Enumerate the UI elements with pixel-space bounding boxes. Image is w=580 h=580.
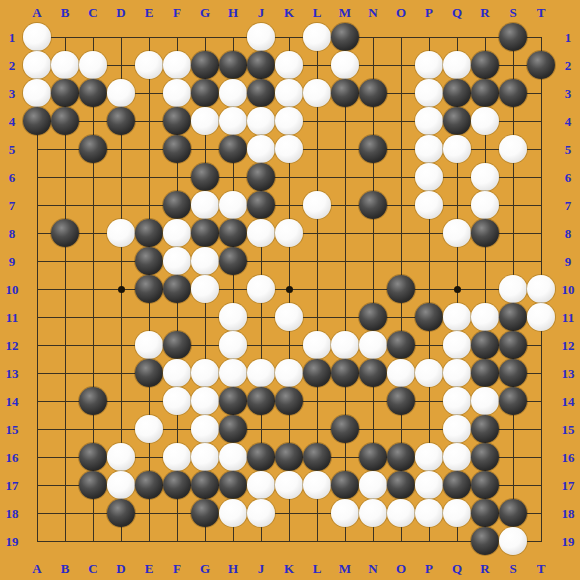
white-stone-H11[interactable]: [219, 303, 247, 331]
black-stone-H8[interactable]: [219, 219, 247, 247]
white-stone-R6[interactable]: [471, 163, 499, 191]
black-stone-B4[interactable]: [51, 107, 79, 135]
column-label-top: C: [88, 6, 97, 19]
black-stone-R16[interactable]: [471, 443, 499, 471]
column-label-bottom: B: [61, 562, 70, 575]
white-stone-Q18[interactable]: [443, 499, 471, 527]
white-stone-F3[interactable]: [163, 79, 191, 107]
column-label-bottom: R: [480, 562, 489, 575]
black-stone-Q3[interactable]: [443, 79, 471, 107]
black-stone-C5[interactable]: [79, 135, 107, 163]
black-stone-O16[interactable]: [387, 443, 415, 471]
black-stone-R19[interactable]: [471, 527, 499, 555]
row-label-right: 8: [565, 227, 572, 240]
column-label-top: H: [228, 6, 238, 19]
white-stone-J18[interactable]: [247, 499, 275, 527]
row-label-right: 6: [565, 171, 572, 184]
black-stone-S12[interactable]: [499, 331, 527, 359]
black-stone-S11[interactable]: [499, 303, 527, 331]
black-stone-E13[interactable]: [135, 359, 163, 387]
white-stone-B2[interactable]: [51, 51, 79, 79]
row-label-left: 7: [9, 199, 16, 212]
white-stone-H18[interactable]: [219, 499, 247, 527]
column-label-bottom: M: [339, 562, 351, 575]
white-stone-O13[interactable]: [387, 359, 415, 387]
go-board: AABBCCDDEEFFGGHHJJKKLLMMNNOOPPQQRRSSTT11…: [0, 0, 580, 580]
white-stone-D3[interactable]: [107, 79, 135, 107]
white-stone-S5[interactable]: [499, 135, 527, 163]
row-label-left: 5: [9, 143, 16, 156]
black-stone-L16[interactable]: [303, 443, 331, 471]
white-stone-P18[interactable]: [415, 499, 443, 527]
white-stone-H3[interactable]: [219, 79, 247, 107]
black-stone-H5[interactable]: [219, 135, 247, 163]
column-label-bottom: S: [509, 562, 516, 575]
white-stone-J13[interactable]: [247, 359, 275, 387]
row-label-right: 9: [565, 255, 572, 268]
white-stone-P7[interactable]: [415, 191, 443, 219]
black-stone-G2[interactable]: [191, 51, 219, 79]
black-stone-K14[interactable]: [275, 387, 303, 415]
white-stone-F14[interactable]: [163, 387, 191, 415]
column-label-bottom: O: [396, 562, 406, 575]
black-stone-O17[interactable]: [387, 471, 415, 499]
row-label-left: 2: [9, 59, 16, 72]
column-label-top: J: [258, 6, 265, 19]
column-label-top: F: [173, 6, 181, 19]
column-label-top: P: [425, 6, 433, 19]
white-stone-P6[interactable]: [415, 163, 443, 191]
black-stone-N3[interactable]: [359, 79, 387, 107]
white-stone-K2[interactable]: [275, 51, 303, 79]
white-stone-P5[interactable]: [415, 135, 443, 163]
white-stone-F16[interactable]: [163, 443, 191, 471]
white-stone-Q5[interactable]: [443, 135, 471, 163]
black-stone-N5[interactable]: [359, 135, 387, 163]
column-label-top: B: [61, 6, 70, 19]
white-stone-N18[interactable]: [359, 499, 387, 527]
white-stone-H4[interactable]: [219, 107, 247, 135]
white-stone-G15[interactable]: [191, 415, 219, 443]
black-stone-G18[interactable]: [191, 499, 219, 527]
white-stone-H13[interactable]: [219, 359, 247, 387]
black-stone-R17[interactable]: [471, 471, 499, 499]
row-label-left: 12: [6, 339, 19, 352]
white-stone-S10[interactable]: [499, 275, 527, 303]
white-stone-Q2[interactable]: [443, 51, 471, 79]
column-label-top: R: [480, 6, 489, 19]
white-stone-T10[interactable]: [527, 275, 555, 303]
row-label-right: 1: [565, 31, 572, 44]
white-stone-P4[interactable]: [415, 107, 443, 135]
row-label-right: 2: [565, 59, 572, 72]
white-stone-K17[interactable]: [275, 471, 303, 499]
black-stone-C3[interactable]: [79, 79, 107, 107]
black-stone-H15[interactable]: [219, 415, 247, 443]
black-stone-S18[interactable]: [499, 499, 527, 527]
column-label-top: S: [509, 6, 516, 19]
white-stone-A3[interactable]: [23, 79, 51, 107]
white-stone-J10[interactable]: [247, 275, 275, 303]
white-stone-K4[interactable]: [275, 107, 303, 135]
white-stone-D8[interactable]: [107, 219, 135, 247]
black-stone-J3[interactable]: [247, 79, 275, 107]
column-label-top: K: [284, 6, 294, 19]
black-stone-K16[interactable]: [275, 443, 303, 471]
column-label-bottom: L: [313, 562, 322, 575]
black-stone-Q4[interactable]: [443, 107, 471, 135]
white-stone-G10[interactable]: [191, 275, 219, 303]
row-label-left: 4: [9, 115, 16, 128]
column-label-top: M: [339, 6, 351, 19]
white-stone-J5[interactable]: [247, 135, 275, 163]
white-stone-E12[interactable]: [135, 331, 163, 359]
black-stone-J16[interactable]: [247, 443, 275, 471]
black-stone-M3[interactable]: [331, 79, 359, 107]
column-label-top: G: [200, 6, 210, 19]
black-stone-F12[interactable]: [163, 331, 191, 359]
row-label-right: 17: [562, 479, 575, 492]
white-stone-L1[interactable]: [303, 23, 331, 51]
white-stone-K3[interactable]: [275, 79, 303, 107]
column-label-top: E: [145, 6, 154, 19]
white-stone-P17[interactable]: [415, 471, 443, 499]
white-stone-M18[interactable]: [331, 499, 359, 527]
black-stone-F17[interactable]: [163, 471, 191, 499]
white-stone-Q13[interactable]: [443, 359, 471, 387]
white-stone-Q16[interactable]: [443, 443, 471, 471]
white-stone-M2[interactable]: [331, 51, 359, 79]
white-stone-Q12[interactable]: [443, 331, 471, 359]
white-stone-H7[interactable]: [219, 191, 247, 219]
column-label-top: T: [537, 6, 546, 19]
white-stone-E15[interactable]: [135, 415, 163, 443]
black-stone-R15[interactable]: [471, 415, 499, 443]
row-label-right: 14: [562, 395, 575, 408]
white-stone-J8[interactable]: [247, 219, 275, 247]
row-label-right: 16: [562, 451, 575, 464]
white-stone-J1[interactable]: [247, 23, 275, 51]
white-stone-F9[interactable]: [163, 247, 191, 275]
white-stone-C2[interactable]: [79, 51, 107, 79]
row-label-left: 6: [9, 171, 16, 184]
black-stone-O12[interactable]: [387, 331, 415, 359]
row-label-right: 3: [565, 87, 572, 100]
row-label-right: 11: [562, 311, 574, 324]
black-stone-G3[interactable]: [191, 79, 219, 107]
white-stone-G9[interactable]: [191, 247, 219, 275]
white-stone-D17[interactable]: [107, 471, 135, 499]
white-stone-R7[interactable]: [471, 191, 499, 219]
white-stone-H16[interactable]: [219, 443, 247, 471]
black-stone-F7[interactable]: [163, 191, 191, 219]
white-stone-R11[interactable]: [471, 303, 499, 331]
column-label-top: A: [32, 6, 41, 19]
black-stone-O10[interactable]: [387, 275, 415, 303]
black-stone-B8[interactable]: [51, 219, 79, 247]
black-stone-F5[interactable]: [163, 135, 191, 163]
white-stone-K5[interactable]: [275, 135, 303, 163]
column-label-bottom: J: [258, 562, 265, 575]
row-label-right: 7: [565, 199, 572, 212]
column-label-bottom: K: [284, 562, 294, 575]
black-stone-N7[interactable]: [359, 191, 387, 219]
black-stone-Q17[interactable]: [443, 471, 471, 499]
white-stone-P13[interactable]: [415, 359, 443, 387]
white-stone-F2[interactable]: [163, 51, 191, 79]
black-stone-J2[interactable]: [247, 51, 275, 79]
black-stone-N16[interactable]: [359, 443, 387, 471]
white-stone-G7[interactable]: [191, 191, 219, 219]
black-stone-R18[interactable]: [471, 499, 499, 527]
black-stone-E8[interactable]: [135, 219, 163, 247]
black-stone-R8[interactable]: [471, 219, 499, 247]
column-label-bottom: T: [537, 562, 546, 575]
column-label-bottom: E: [145, 562, 154, 575]
black-stone-E9[interactable]: [135, 247, 163, 275]
white-stone-L3[interactable]: [303, 79, 331, 107]
column-label-top: N: [368, 6, 377, 19]
white-stone-G16[interactable]: [191, 443, 219, 471]
white-stone-Q14[interactable]: [443, 387, 471, 415]
column-label-bottom: P: [425, 562, 433, 575]
white-stone-K11[interactable]: [275, 303, 303, 331]
white-stone-R4[interactable]: [471, 107, 499, 135]
star-point-K10: [286, 286, 293, 293]
black-stone-R2[interactable]: [471, 51, 499, 79]
white-stone-L17[interactable]: [303, 471, 331, 499]
star-point-Q10: [454, 286, 461, 293]
white-stone-F8[interactable]: [163, 219, 191, 247]
row-label-left: 15: [6, 423, 19, 436]
white-stone-Q15[interactable]: [443, 415, 471, 443]
black-stone-T2[interactable]: [527, 51, 555, 79]
black-stone-B3[interactable]: [51, 79, 79, 107]
row-label-left: 11: [6, 311, 18, 324]
black-stone-M15[interactable]: [331, 415, 359, 443]
black-stone-L13[interactable]: [303, 359, 331, 387]
black-stone-R12[interactable]: [471, 331, 499, 359]
column-label-bottom: G: [200, 562, 210, 575]
row-label-right: 4: [565, 115, 572, 128]
row-label-left: 1: [9, 31, 16, 44]
white-stone-K8[interactable]: [275, 219, 303, 247]
white-stone-Q8[interactable]: [443, 219, 471, 247]
column-label-bottom: C: [88, 562, 97, 575]
white-stone-M12[interactable]: [331, 331, 359, 359]
row-label-left: 18: [6, 507, 19, 520]
black-stone-S3[interactable]: [499, 79, 527, 107]
column-label-bottom: H: [228, 562, 238, 575]
white-stone-T11[interactable]: [527, 303, 555, 331]
row-label-left: 9: [9, 255, 16, 268]
black-stone-G8[interactable]: [191, 219, 219, 247]
black-stone-A4[interactable]: [23, 107, 51, 135]
row-label-right: 12: [562, 339, 575, 352]
black-stone-N13[interactable]: [359, 359, 387, 387]
black-stone-R3[interactable]: [471, 79, 499, 107]
white-stone-A2[interactable]: [23, 51, 51, 79]
column-label-bottom: N: [368, 562, 377, 575]
white-stone-N12[interactable]: [359, 331, 387, 359]
white-stone-G13[interactable]: [191, 359, 219, 387]
black-stone-R13[interactable]: [471, 359, 499, 387]
row-label-right: 15: [562, 423, 575, 436]
white-stone-N17[interactable]: [359, 471, 387, 499]
column-label-top: D: [116, 6, 125, 19]
black-stone-D4[interactable]: [107, 107, 135, 135]
black-stone-E10[interactable]: [135, 275, 163, 303]
black-stone-D18[interactable]: [107, 499, 135, 527]
white-stone-L7[interactable]: [303, 191, 331, 219]
white-stone-K13[interactable]: [275, 359, 303, 387]
row-label-left: 14: [6, 395, 19, 408]
row-label-right: 13: [562, 367, 575, 380]
column-label-bottom: D: [116, 562, 125, 575]
column-label-top: O: [396, 6, 406, 19]
row-label-right: 19: [562, 535, 575, 548]
white-stone-L12[interactable]: [303, 331, 331, 359]
white-stone-P3[interactable]: [415, 79, 443, 107]
black-stone-H9[interactable]: [219, 247, 247, 275]
white-stone-G14[interactable]: [191, 387, 219, 415]
black-stone-F10[interactable]: [163, 275, 191, 303]
black-stone-S13[interactable]: [499, 359, 527, 387]
white-stone-S19[interactable]: [499, 527, 527, 555]
white-stone-D16[interactable]: [107, 443, 135, 471]
row-label-left: 8: [9, 227, 16, 240]
row-label-left: 16: [6, 451, 19, 464]
black-stone-J6[interactable]: [247, 163, 275, 191]
black-stone-O14[interactable]: [387, 387, 415, 415]
black-stone-J7[interactable]: [247, 191, 275, 219]
column-label-top: L: [313, 6, 322, 19]
black-stone-C16[interactable]: [79, 443, 107, 471]
black-stone-P11[interactable]: [415, 303, 443, 331]
white-stone-H12[interactable]: [219, 331, 247, 359]
black-stone-H2[interactable]: [219, 51, 247, 79]
row-label-left: 10: [6, 283, 19, 296]
white-stone-O18[interactable]: [387, 499, 415, 527]
black-stone-J14[interactable]: [247, 387, 275, 415]
white-stone-Q11[interactable]: [443, 303, 471, 331]
white-stone-J4[interactable]: [247, 107, 275, 135]
star-point-D10: [118, 286, 125, 293]
row-label-right: 10: [562, 283, 575, 296]
row-label-left: 3: [9, 87, 16, 100]
black-stone-C17[interactable]: [79, 471, 107, 499]
row-label-left: 17: [6, 479, 19, 492]
row-label-right: 5: [565, 143, 572, 156]
black-stone-S1[interactable]: [499, 23, 527, 51]
column-label-top: Q: [452, 6, 462, 19]
row-label-right: 18: [562, 507, 575, 520]
black-stone-S14[interactable]: [499, 387, 527, 415]
black-stone-C14[interactable]: [79, 387, 107, 415]
black-stone-G17[interactable]: [191, 471, 219, 499]
row-label-left: 13: [6, 367, 19, 380]
black-stone-H14[interactable]: [219, 387, 247, 415]
row-label-left: 19: [6, 535, 19, 548]
black-stone-M17[interactable]: [331, 471, 359, 499]
black-stone-N11[interactable]: [359, 303, 387, 331]
white-stone-E2[interactable]: [135, 51, 163, 79]
black-stone-G6[interactable]: [191, 163, 219, 191]
white-stone-P2[interactable]: [415, 51, 443, 79]
black-stone-F4[interactable]: [163, 107, 191, 135]
white-stone-P16[interactable]: [415, 443, 443, 471]
white-stone-G4[interactable]: [191, 107, 219, 135]
white-stone-A1[interactable]: [23, 23, 51, 51]
column-label-bottom: F: [173, 562, 181, 575]
white-stone-J17[interactable]: [247, 471, 275, 499]
column-label-bottom: Q: [452, 562, 462, 575]
column-label-bottom: A: [32, 562, 41, 575]
white-stone-F13[interactable]: [163, 359, 191, 387]
black-stone-M1[interactable]: [331, 23, 359, 51]
black-stone-E17[interactable]: [135, 471, 163, 499]
black-stone-H17[interactable]: [219, 471, 247, 499]
black-stone-M13[interactable]: [331, 359, 359, 387]
white-stone-R14[interactable]: [471, 387, 499, 415]
